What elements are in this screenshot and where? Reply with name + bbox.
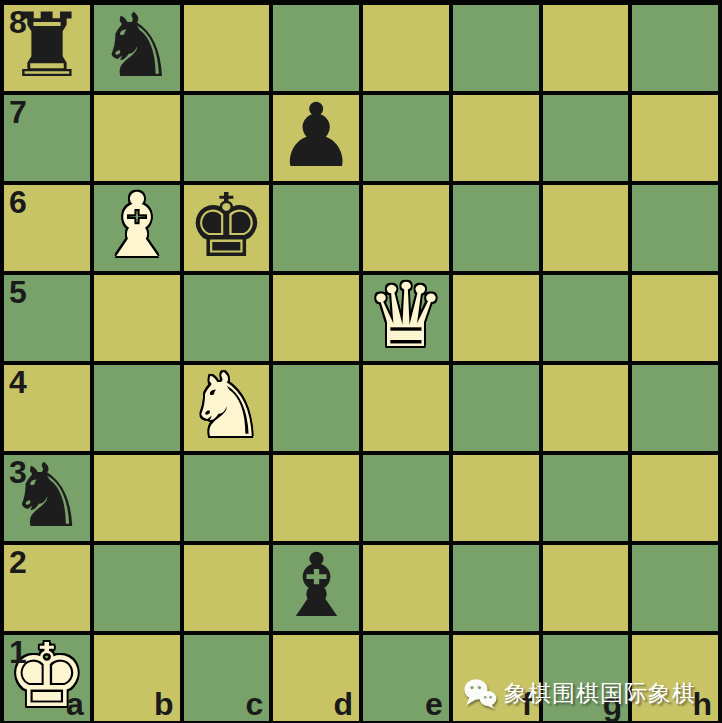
square-f1[interactable]: f — [453, 635, 539, 721]
square-g4[interactable] — [543, 365, 629, 451]
square-h4[interactable] — [632, 365, 718, 451]
file-label-a: a — [66, 688, 84, 722]
square-g7[interactable] — [543, 95, 629, 181]
square-c8[interactable] — [184, 5, 270, 91]
square-d4[interactable] — [273, 365, 359, 451]
white-knight[interactable]: ♞ — [187, 363, 266, 449]
rank-label-4: 4 — [9, 366, 27, 400]
square-h3[interactable] — [632, 455, 718, 541]
square-h7[interactable] — [632, 95, 718, 181]
square-d7[interactable]: ♟ — [273, 95, 359, 181]
square-c7[interactable] — [184, 95, 270, 181]
rank-label-8: 8 — [9, 6, 27, 40]
square-f2[interactable] — [453, 545, 539, 631]
square-b7[interactable] — [94, 95, 180, 181]
square-a8[interactable]: 8♜ — [4, 5, 90, 91]
rank-label-2: 2 — [9, 546, 27, 580]
black-knight[interactable]: ♞ — [97, 3, 176, 89]
square-c5[interactable] — [184, 275, 270, 361]
rank-label-7: 7 — [9, 96, 27, 130]
square-f3[interactable] — [453, 455, 539, 541]
file-label-d: d — [333, 688, 353, 722]
square-e7[interactable] — [363, 95, 449, 181]
square-c1[interactable]: c — [184, 635, 270, 721]
square-b8[interactable]: ♞ — [94, 5, 180, 91]
square-g3[interactable] — [543, 455, 629, 541]
square-c4[interactable]: ♞ — [184, 365, 270, 451]
square-b2[interactable] — [94, 545, 180, 631]
square-d2[interactable]: ♝ — [273, 545, 359, 631]
square-g8[interactable] — [543, 5, 629, 91]
square-f5[interactable] — [453, 275, 539, 361]
square-a2[interactable]: 2 — [4, 545, 90, 631]
square-h8[interactable] — [632, 5, 718, 91]
square-a5[interactable]: 5 — [4, 275, 90, 361]
square-d6[interactable] — [273, 185, 359, 271]
square-h5[interactable] — [632, 275, 718, 361]
square-g1[interactable]: g — [543, 635, 629, 721]
square-b3[interactable] — [94, 455, 180, 541]
square-e3[interactable] — [363, 455, 449, 541]
square-f6[interactable] — [453, 185, 539, 271]
board: 8♜♞7♟6♝♚5♛4♞3♞2♝1a♚bcdefgh — [4, 5, 718, 715]
file-label-e: e — [425, 688, 443, 722]
file-label-g: g — [603, 688, 623, 722]
black-pawn[interactable]: ♟ — [277, 93, 356, 179]
file-label-f: f — [522, 688, 533, 722]
square-c3[interactable] — [184, 455, 270, 541]
square-g5[interactable] — [543, 275, 629, 361]
white-queen[interactable]: ♛ — [366, 273, 445, 359]
rank-label-5: 5 — [9, 276, 27, 310]
square-b1[interactable]: b — [94, 635, 180, 721]
square-c6[interactable]: ♚ — [184, 185, 270, 271]
square-d3[interactable] — [273, 455, 359, 541]
square-e4[interactable] — [363, 365, 449, 451]
square-d1[interactable]: d — [273, 635, 359, 721]
square-b5[interactable] — [94, 275, 180, 361]
square-h2[interactable] — [632, 545, 718, 631]
square-a3[interactable]: 3♞ — [4, 455, 90, 541]
square-e6[interactable] — [363, 185, 449, 271]
square-f4[interactable] — [453, 365, 539, 451]
rank-label-3: 3 — [9, 456, 27, 490]
rank-label-1: 1 — [9, 636, 27, 670]
square-f8[interactable] — [453, 5, 539, 91]
square-e2[interactable] — [363, 545, 449, 631]
square-c2[interactable] — [184, 545, 270, 631]
black-king[interactable]: ♚ — [187, 183, 266, 269]
square-g2[interactable] — [543, 545, 629, 631]
square-a4[interactable]: 4 — [4, 365, 90, 451]
square-a6[interactable]: 6 — [4, 185, 90, 271]
square-d5[interactable] — [273, 275, 359, 361]
white-bishop[interactable]: ♝ — [97, 183, 176, 269]
black-bishop[interactable]: ♝ — [277, 543, 356, 629]
square-g6[interactable] — [543, 185, 629, 271]
file-label-h: h — [692, 688, 712, 722]
square-e8[interactable] — [363, 5, 449, 91]
square-e1[interactable]: e — [363, 635, 449, 721]
square-d8[interactable] — [273, 5, 359, 91]
square-f7[interactable] — [453, 95, 539, 181]
square-a1[interactable]: 1a♚ — [4, 635, 90, 721]
chess-board-stage: 8♜♞7♟6♝♚5♛4♞3♞2♝1a♚bcdefgh 象棋围棋国际象棋 — [0, 0, 722, 723]
square-b6[interactable]: ♝ — [94, 185, 180, 271]
file-label-c: c — [245, 688, 263, 722]
square-h6[interactable] — [632, 185, 718, 271]
square-b4[interactable] — [94, 365, 180, 451]
rank-label-6: 6 — [9, 186, 27, 220]
file-label-b: b — [154, 688, 174, 722]
square-e5[interactable]: ♛ — [363, 275, 449, 361]
square-h1[interactable]: h — [632, 635, 718, 721]
square-a7[interactable]: 7 — [4, 95, 90, 181]
